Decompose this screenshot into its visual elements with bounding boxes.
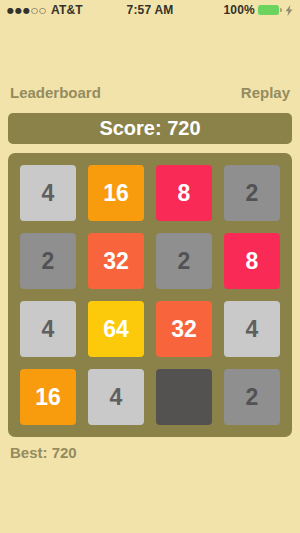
tile-8: 8	[224, 233, 280, 289]
game-board[interactable]: 41682232284643241642	[8, 153, 292, 437]
status-right: 100%	[224, 3, 294, 17]
battery-percent-label: 100%	[224, 3, 256, 17]
leaderboard-button[interactable]: Leaderboard	[10, 84, 101, 101]
tile-2: 2	[224, 369, 280, 425]
tile-2: 2	[156, 233, 212, 289]
best-score-label: Best: 720	[10, 444, 300, 461]
tile-2: 2	[20, 233, 76, 289]
replay-button[interactable]: Replay	[241, 84, 290, 101]
battery-icon	[258, 5, 279, 15]
tile-16: 16	[20, 369, 76, 425]
status-left: ●●●○○ AT&T	[7, 3, 83, 17]
score-banner: Score: 720	[8, 113, 292, 144]
status-bar: ●●●○○ AT&T 7:57 AM 100%	[0, 0, 300, 20]
tile-32: 32	[156, 301, 212, 357]
tile-4: 4	[88, 369, 144, 425]
app-screen: ●●●○○ AT&T 7:57 AM 100% Leaderboard Repl…	[0, 0, 300, 533]
tile-4: 4	[20, 165, 76, 221]
signal-strength-icon: ●●●○○	[7, 6, 47, 15]
nav-row: Leaderboard Replay	[10, 84, 290, 101]
charging-bolt-icon	[285, 5, 293, 16]
tile-8: 8	[156, 165, 212, 221]
tile-32: 32	[88, 233, 144, 289]
tile-empty	[156, 369, 212, 425]
tile-2: 2	[224, 165, 280, 221]
tile-4: 4	[224, 301, 280, 357]
carrier-label: AT&T	[51, 3, 83, 17]
tile-4: 4	[20, 301, 76, 357]
tile-64: 64	[88, 301, 144, 357]
tile-16: 16	[88, 165, 144, 221]
